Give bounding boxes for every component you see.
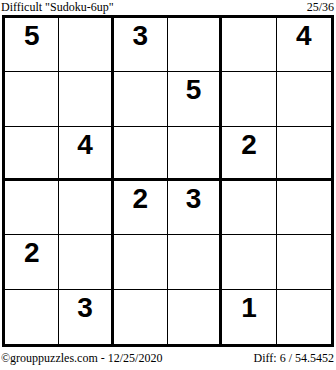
cell-r1c6: 4 — [277, 18, 331, 72]
cell-r6c4[interactable] — [168, 290, 222, 344]
cell-r2c1[interactable] — [5, 72, 59, 126]
cell-r3c6[interactable] — [277, 127, 331, 181]
given-digit: 2 — [241, 131, 257, 159]
cell-r4c2[interactable] — [59, 181, 113, 235]
given-digit: 3 — [133, 22, 149, 50]
cell-r2c4: 5 — [168, 72, 222, 126]
cell-r6c6[interactable] — [277, 290, 331, 344]
cell-r4c4: 3 — [168, 181, 222, 235]
cell-r6c2: 3 — [59, 290, 113, 344]
cell-r6c1[interactable] — [5, 290, 59, 344]
cell-r4c6[interactable] — [277, 181, 331, 235]
given-digit: 2 — [133, 185, 149, 213]
empty-cell-counter: 25/36 — [307, 0, 334, 14]
cell-r1c2[interactable] — [59, 18, 113, 72]
given-digit: 4 — [77, 131, 93, 159]
cell-r3c4[interactable] — [168, 127, 222, 181]
given-digit: 1 — [241, 294, 257, 322]
cell-r1c5[interactable] — [222, 18, 276, 72]
given-digit: 5 — [186, 76, 202, 104]
header: Difficult "Sudoku-6up" 25/36 — [1, 0, 334, 14]
copyright-text: ©grouppuzzles.com - 12/25/2020 — [1, 351, 162, 365]
cell-r3c2: 4 — [59, 127, 113, 181]
given-digit: 5 — [24, 22, 40, 50]
cell-r5c3[interactable] — [114, 235, 168, 289]
cell-r2c6[interactable] — [277, 72, 331, 126]
cell-r3c3[interactable] — [114, 127, 168, 181]
puzzle-page: Difficult "Sudoku-6up" 25/36 53454223231… — [0, 0, 336, 370]
given-digit: 3 — [77, 294, 93, 322]
difficulty-text: Diff: 6 / 54.5452 — [254, 351, 334, 365]
footer: ©grouppuzzles.com - 12/25/2020 Diff: 6 /… — [1, 351, 334, 365]
given-digit: 3 — [186, 185, 202, 213]
cell-r4c3: 2 — [114, 181, 168, 235]
cell-r2c5[interactable] — [222, 72, 276, 126]
sudoku-board: 53454223231 — [2, 15, 334, 347]
cell-r6c5: 1 — [222, 290, 276, 344]
cell-r5c6[interactable] — [277, 235, 331, 289]
cell-r1c4[interactable] — [168, 18, 222, 72]
given-digit: 2 — [24, 239, 40, 267]
cell-r5c5[interactable] — [222, 235, 276, 289]
cell-r5c1: 2 — [5, 235, 59, 289]
cell-r3c5: 2 — [222, 127, 276, 181]
cell-r3c1[interactable] — [5, 127, 59, 181]
given-digit: 4 — [296, 22, 312, 50]
cell-r5c4[interactable] — [168, 235, 222, 289]
cell-r4c5[interactable] — [222, 181, 276, 235]
cell-r5c2[interactable] — [59, 235, 113, 289]
cell-r1c3: 3 — [114, 18, 168, 72]
cell-r1c1: 5 — [5, 18, 59, 72]
cell-r2c2[interactable] — [59, 72, 113, 126]
puzzle-title: Difficult "Sudoku-6up" — [1, 0, 114, 14]
cell-r2c3[interactable] — [114, 72, 168, 126]
cell-r6c3[interactable] — [114, 290, 168, 344]
cell-r4c1[interactable] — [5, 181, 59, 235]
